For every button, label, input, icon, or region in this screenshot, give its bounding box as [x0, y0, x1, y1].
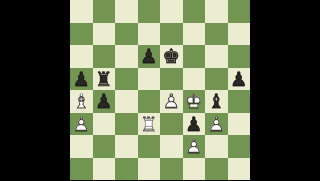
square-a8[interactable] — [70, 0, 93, 23]
piece-glyph-outline: ♖ — [93, 68, 116, 91]
square-d4[interactable] — [138, 90, 161, 113]
square-e3[interactable] — [160, 113, 183, 136]
piece-glyph-outline: ♙ — [93, 90, 116, 113]
square-h8[interactable] — [228, 0, 251, 23]
square-h3[interactable] — [228, 113, 251, 136]
square-d2[interactable] — [138, 135, 161, 158]
square-h1[interactable] — [228, 158, 251, 181]
square-f5[interactable] — [183, 68, 206, 91]
white-rook-d3[interactable]: ♜♖ — [138, 113, 161, 136]
white-pawn-a3[interactable]: ♟♙ — [70, 113, 93, 136]
white-bishop-a4[interactable]: ♝♗ — [70, 90, 93, 113]
square-d6[interactable]: ♟♙ — [138, 45, 161, 68]
square-g8[interactable] — [205, 0, 228, 23]
square-c5[interactable] — [115, 68, 138, 91]
square-d3[interactable]: ♜♖ — [138, 113, 161, 136]
square-g2[interactable] — [205, 135, 228, 158]
white-pawn-e4[interactable]: ♟♙ — [160, 90, 183, 113]
white-pawn-f2[interactable]: ♟♙ — [183, 135, 206, 158]
square-e5[interactable] — [160, 68, 183, 91]
square-g4[interactable]: ♝♗ — [205, 90, 228, 113]
square-e8[interactable] — [160, 0, 183, 23]
piece-glyph-outline: ♙ — [70, 113, 93, 136]
square-f4[interactable]: ♚♔ — [183, 90, 206, 113]
square-c2[interactable] — [115, 135, 138, 158]
square-h4[interactable] — [228, 90, 251, 113]
white-king-f4[interactable]: ♚♔ — [183, 90, 206, 113]
square-e4[interactable]: ♟♙ — [160, 90, 183, 113]
square-f7[interactable] — [183, 23, 206, 46]
square-e1[interactable] — [160, 158, 183, 181]
black-rook-b5[interactable]: ♜♖ — [93, 68, 116, 91]
piece-glyph-outline: ♔ — [160, 45, 183, 68]
piece-glyph-outline: ♙ — [183, 113, 206, 136]
black-king-e6[interactable]: ♚♔ — [160, 45, 183, 68]
square-h7[interactable] — [228, 23, 251, 46]
square-d8[interactable] — [138, 0, 161, 23]
square-a7[interactable] — [70, 23, 93, 46]
letterbox-left — [0, 0, 70, 180]
square-a6[interactable] — [70, 45, 93, 68]
square-b2[interactable] — [93, 135, 116, 158]
square-c6[interactable] — [115, 45, 138, 68]
square-g1[interactable] — [205, 158, 228, 181]
black-bishop-g4[interactable]: ♝♗ — [205, 90, 228, 113]
square-f6[interactable] — [183, 45, 206, 68]
square-e6[interactable]: ♚♔ — [160, 45, 183, 68]
square-h5[interactable]: ♟♙ — [228, 68, 251, 91]
square-b8[interactable] — [93, 0, 116, 23]
square-c4[interactable] — [115, 90, 138, 113]
black-pawn-f3[interactable]: ♟♙ — [183, 113, 206, 136]
piece-glyph-outline: ♙ — [183, 135, 206, 158]
square-f3[interactable]: ♟♙ — [183, 113, 206, 136]
square-b4[interactable]: ♟♙ — [93, 90, 116, 113]
piece-glyph-outline: ♖ — [138, 113, 161, 136]
square-c3[interactable] — [115, 113, 138, 136]
square-g6[interactable] — [205, 45, 228, 68]
piece-glyph-outline: ♙ — [138, 45, 161, 68]
square-d7[interactable] — [138, 23, 161, 46]
piece-glyph-outline: ♗ — [70, 90, 93, 113]
square-d1[interactable] — [138, 158, 161, 181]
piece-glyph-outline: ♔ — [183, 90, 206, 113]
square-e7[interactable] — [160, 23, 183, 46]
square-a5[interactable]: ♟♙ — [70, 68, 93, 91]
square-c8[interactable] — [115, 0, 138, 23]
square-a4[interactable]: ♝♗ — [70, 90, 93, 113]
black-pawn-d6[interactable]: ♟♙ — [138, 45, 161, 68]
white-pawn-g3[interactable]: ♟♙ — [205, 113, 228, 136]
black-pawn-b4[interactable]: ♟♙ — [93, 90, 116, 113]
square-g5[interactable] — [205, 68, 228, 91]
piece-glyph-outline: ♙ — [228, 68, 251, 91]
square-f8[interactable] — [183, 0, 206, 23]
square-b7[interactable] — [93, 23, 116, 46]
square-b6[interactable] — [93, 45, 116, 68]
square-f2[interactable]: ♟♙ — [183, 135, 206, 158]
square-a2[interactable] — [70, 135, 93, 158]
square-f1[interactable] — [183, 158, 206, 181]
black-pawn-a5[interactable]: ♟♙ — [70, 68, 93, 91]
square-d5[interactable] — [138, 68, 161, 91]
square-h2[interactable] — [228, 135, 251, 158]
square-g3[interactable]: ♟♙ — [205, 113, 228, 136]
square-c7[interactable] — [115, 23, 138, 46]
piece-glyph-outline: ♙ — [70, 68, 93, 91]
piece-glyph-outline: ♙ — [160, 90, 183, 113]
black-pawn-h5[interactable]: ♟♙ — [228, 68, 251, 91]
square-a1[interactable] — [70, 158, 93, 181]
square-b1[interactable] — [93, 158, 116, 181]
square-b3[interactable] — [93, 113, 116, 136]
chess-board[interactable]: ♟♙♚♔♟♙♜♖♟♙♝♗♟♙♟♙♚♔♝♗♟♙♜♖♟♙♟♙♟♙ — [70, 0, 250, 180]
square-a3[interactable]: ♟♙ — [70, 113, 93, 136]
square-e2[interactable] — [160, 135, 183, 158]
square-b5[interactable]: ♜♖ — [93, 68, 116, 91]
square-h6[interactable] — [228, 45, 251, 68]
square-g7[interactable] — [205, 23, 228, 46]
chess-screenshot-stage: ♟♙♚♔♟♙♜♖♟♙♝♗♟♙♟♙♚♔♝♗♟♙♜♖♟♙♟♙♟♙ — [0, 0, 320, 180]
square-c1[interactable] — [115, 158, 138, 181]
piece-glyph-outline: ♗ — [205, 90, 228, 113]
piece-glyph-outline: ♙ — [205, 113, 228, 136]
letterbox-right — [250, 0, 320, 180]
